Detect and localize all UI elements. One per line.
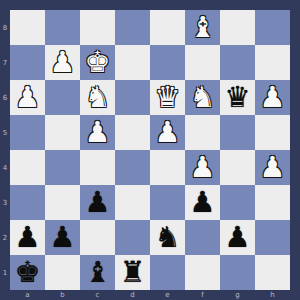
square-b8[interactable] [45, 10, 80, 45]
file-labels: abcdefgh [10, 290, 290, 300]
file-label-h: h [255, 290, 290, 300]
piece-white-pawn[interactable]: ♟ [255, 150, 290, 185]
rank-labels: 87654321 [0, 10, 10, 290]
piece-black-pawn[interactable]: ♟ [10, 220, 45, 255]
piece-white-pawn[interactable]: ♟ [80, 115, 115, 150]
square-e5[interactable]: ♟ [150, 115, 185, 150]
file-label-g: g [220, 290, 255, 300]
rank-label-5: 5 [0, 115, 10, 150]
square-b1[interactable] [45, 255, 80, 290]
square-e8[interactable] [150, 10, 185, 45]
square-g2[interactable]: ♟ [220, 220, 255, 255]
square-h1[interactable] [255, 255, 290, 290]
piece-white-pawn[interactable]: ♟ [45, 45, 80, 80]
square-d2[interactable] [115, 220, 150, 255]
square-d6[interactable] [115, 80, 150, 115]
square-c5[interactable]: ♟ [80, 115, 115, 150]
square-f3[interactable]: ♟ [185, 185, 220, 220]
piece-white-knight[interactable]: ♞ [80, 80, 115, 115]
piece-white-king[interactable]: ♚ [80, 45, 115, 80]
square-a6[interactable]: ♟ [10, 80, 45, 115]
chess-board: ♝♟♚♟♞♛♞♛♟♟♟♟♟♟♟♟♟♞♟♚♝♜ [10, 10, 290, 290]
square-g1[interactable] [220, 255, 255, 290]
square-f1[interactable] [185, 255, 220, 290]
file-label-b: b [45, 290, 80, 300]
square-e4[interactable] [150, 150, 185, 185]
square-b6[interactable] [45, 80, 80, 115]
square-d4[interactable] [115, 150, 150, 185]
square-d5[interactable] [115, 115, 150, 150]
square-a5[interactable] [10, 115, 45, 150]
square-c6[interactable]: ♞ [80, 80, 115, 115]
square-a2[interactable]: ♟ [10, 220, 45, 255]
square-a8[interactable] [10, 10, 45, 45]
square-f4[interactable]: ♟ [185, 150, 220, 185]
piece-black-knight[interactable]: ♞ [150, 220, 185, 255]
rank-label-6: 6 [0, 80, 10, 115]
square-h6[interactable]: ♟ [255, 80, 290, 115]
piece-white-knight[interactable]: ♞ [185, 80, 220, 115]
chess-board-frame: 87654321 abcdefgh ♝♟♚♟♞♛♞♛♟♟♟♟♟♟♟♟♟♞♟♚♝♜ [0, 0, 300, 300]
piece-black-rook[interactable]: ♜ [115, 255, 150, 290]
square-e6[interactable]: ♛ [150, 80, 185, 115]
square-c3[interactable]: ♟ [80, 185, 115, 220]
square-c2[interactable] [80, 220, 115, 255]
file-label-f: f [185, 290, 220, 300]
square-h3[interactable] [255, 185, 290, 220]
square-d8[interactable] [115, 10, 150, 45]
piece-black-pawn[interactable]: ♟ [45, 220, 80, 255]
square-f8[interactable]: ♝ [185, 10, 220, 45]
square-f7[interactable] [185, 45, 220, 80]
square-e2[interactable]: ♞ [150, 220, 185, 255]
rank-label-2: 2 [0, 220, 10, 255]
piece-black-pawn[interactable]: ♟ [220, 220, 255, 255]
square-b4[interactable] [45, 150, 80, 185]
piece-white-pawn[interactable]: ♟ [10, 80, 45, 115]
square-a3[interactable] [10, 185, 45, 220]
piece-white-pawn[interactable]: ♟ [185, 150, 220, 185]
file-label-d: d [115, 290, 150, 300]
square-g6[interactable]: ♛ [220, 80, 255, 115]
square-h7[interactable] [255, 45, 290, 80]
square-a4[interactable] [10, 150, 45, 185]
square-g8[interactable] [220, 10, 255, 45]
piece-black-queen[interactable]: ♛ [220, 80, 255, 115]
rank-label-4: 4 [0, 150, 10, 185]
square-e7[interactable] [150, 45, 185, 80]
file-label-a: a [10, 290, 45, 300]
square-h4[interactable]: ♟ [255, 150, 290, 185]
square-h2[interactable] [255, 220, 290, 255]
square-g7[interactable] [220, 45, 255, 80]
square-f2[interactable] [185, 220, 220, 255]
piece-black-bishop[interactable]: ♝ [80, 255, 115, 290]
piece-white-pawn[interactable]: ♟ [150, 115, 185, 150]
square-f6[interactable]: ♞ [185, 80, 220, 115]
piece-black-pawn[interactable]: ♟ [80, 185, 115, 220]
square-b7[interactable]: ♟ [45, 45, 80, 80]
square-a1[interactable]: ♚ [10, 255, 45, 290]
rank-label-8: 8 [0, 10, 10, 45]
square-h5[interactable] [255, 115, 290, 150]
square-c4[interactable] [80, 150, 115, 185]
square-g3[interactable] [220, 185, 255, 220]
file-label-c: c [80, 290, 115, 300]
square-a7[interactable] [10, 45, 45, 80]
square-e1[interactable] [150, 255, 185, 290]
piece-white-bishop[interactable]: ♝ [185, 10, 220, 45]
rank-label-1: 1 [0, 255, 10, 290]
square-b2[interactable]: ♟ [45, 220, 80, 255]
square-d3[interactable] [115, 185, 150, 220]
piece-white-queen[interactable]: ♛ [150, 80, 185, 115]
square-d7[interactable] [115, 45, 150, 80]
square-b3[interactable] [45, 185, 80, 220]
square-c7[interactable]: ♚ [80, 45, 115, 80]
square-e3[interactable] [150, 185, 185, 220]
rank-label-7: 7 [0, 45, 10, 80]
square-g5[interactable] [220, 115, 255, 150]
piece-black-pawn[interactable]: ♟ [185, 185, 220, 220]
square-c1[interactable]: ♝ [80, 255, 115, 290]
piece-white-pawn[interactable]: ♟ [255, 80, 290, 115]
square-c8[interactable] [80, 10, 115, 45]
square-g4[interactable] [220, 150, 255, 185]
file-label-e: e [150, 290, 185, 300]
square-b5[interactable] [45, 115, 80, 150]
square-f5[interactable] [185, 115, 220, 150]
piece-black-king[interactable]: ♚ [10, 255, 45, 290]
square-d1[interactable]: ♜ [115, 255, 150, 290]
rank-label-3: 3 [0, 185, 10, 220]
square-h8[interactable] [255, 10, 290, 45]
